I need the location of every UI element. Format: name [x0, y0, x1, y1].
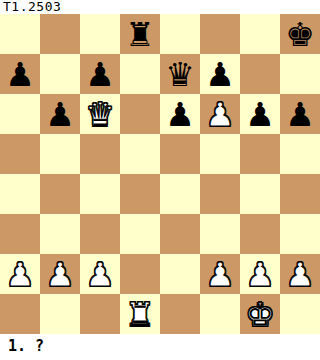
- square-c7[interactable]: ♟: [80, 54, 120, 94]
- square-d4[interactable]: [120, 174, 160, 214]
- square-c2[interactable]: ♟: [80, 254, 120, 294]
- square-e7[interactable]: ♛: [160, 54, 200, 94]
- piece-black-queen[interactable]: ♛: [165, 58, 195, 91]
- square-a8[interactable]: [0, 14, 40, 54]
- square-b1[interactable]: [40, 294, 80, 334]
- square-f3[interactable]: [200, 214, 240, 254]
- square-e4[interactable]: [160, 174, 200, 214]
- square-a2[interactable]: ♟: [0, 254, 40, 294]
- piece-black-pawn[interactable]: ♟: [285, 98, 315, 131]
- piece-black-pawn[interactable]: ♟: [45, 98, 75, 131]
- piece-white-pawn[interactable]: ♟: [285, 258, 315, 291]
- piece-black-pawn[interactable]: ♟: [85, 58, 115, 91]
- piece-white-pawn[interactable]: ♟: [5, 258, 35, 291]
- square-h7[interactable]: [280, 54, 320, 94]
- square-d2[interactable]: [120, 254, 160, 294]
- square-h8[interactable]: ♚: [280, 14, 320, 54]
- square-g6[interactable]: ♟: [240, 94, 280, 134]
- square-a4[interactable]: [0, 174, 40, 214]
- square-b4[interactable]: [40, 174, 80, 214]
- piece-white-queen[interactable]: ♛: [85, 98, 115, 131]
- square-b2[interactable]: ♟: [40, 254, 80, 294]
- square-e2[interactable]: [160, 254, 200, 294]
- piece-white-rook[interactable]: ♜: [125, 298, 155, 331]
- square-d5[interactable]: [120, 134, 160, 174]
- piece-white-pawn[interactable]: ♟: [205, 98, 235, 131]
- piece-black-pawn[interactable]: ♟: [5, 58, 35, 91]
- square-f5[interactable]: [200, 134, 240, 174]
- square-e6[interactable]: ♟: [160, 94, 200, 134]
- chess-board: ♜♚♟♟♛♟♟♛♟♟♟♟♟♟♟♟♟♟♜♚: [0, 14, 320, 334]
- square-c1[interactable]: [80, 294, 120, 334]
- piece-white-pawn[interactable]: ♟: [205, 258, 235, 291]
- square-b5[interactable]: [40, 134, 80, 174]
- square-a1[interactable]: [0, 294, 40, 334]
- piece-black-king[interactable]: ♚: [285, 18, 315, 51]
- square-b7[interactable]: [40, 54, 80, 94]
- square-f4[interactable]: [200, 174, 240, 214]
- square-d3[interactable]: [120, 214, 160, 254]
- square-f7[interactable]: ♟: [200, 54, 240, 94]
- square-c6[interactable]: ♛: [80, 94, 120, 134]
- square-c3[interactable]: [80, 214, 120, 254]
- chess-trainer-window: T1.2503 ♜♚♟♟♛♟♟♛♟♟♟♟♟♟♟♟♟♟♜♚ 1. ?: [0, 0, 320, 360]
- move-prompt-label: 1. ?: [8, 336, 44, 356]
- square-f2[interactable]: ♟: [200, 254, 240, 294]
- square-d1[interactable]: ♜: [120, 294, 160, 334]
- square-g2[interactable]: ♟: [240, 254, 280, 294]
- square-c4[interactable]: [80, 174, 120, 214]
- piece-white-pawn[interactable]: ♟: [245, 258, 275, 291]
- square-b8[interactable]: [40, 14, 80, 54]
- square-g5[interactable]: [240, 134, 280, 174]
- square-h1[interactable]: [280, 294, 320, 334]
- square-f8[interactable]: [200, 14, 240, 54]
- square-g3[interactable]: [240, 214, 280, 254]
- piece-black-rook[interactable]: ♜: [125, 18, 155, 51]
- square-f6[interactable]: ♟: [200, 94, 240, 134]
- square-h4[interactable]: [280, 174, 320, 214]
- square-b3[interactable]: [40, 214, 80, 254]
- square-d6[interactable]: [120, 94, 160, 134]
- square-g4[interactable]: [240, 174, 280, 214]
- square-g7[interactable]: [240, 54, 280, 94]
- square-a3[interactable]: [0, 214, 40, 254]
- problem-id-label: T1.2503: [3, 0, 61, 14]
- square-a6[interactable]: [0, 94, 40, 134]
- square-e3[interactable]: [160, 214, 200, 254]
- square-a5[interactable]: [0, 134, 40, 174]
- square-b6[interactable]: ♟: [40, 94, 80, 134]
- square-h5[interactable]: [280, 134, 320, 174]
- square-g8[interactable]: [240, 14, 280, 54]
- piece-white-pawn[interactable]: ♟: [85, 258, 115, 291]
- square-c5[interactable]: [80, 134, 120, 174]
- square-e5[interactable]: [160, 134, 200, 174]
- square-h2[interactable]: ♟: [280, 254, 320, 294]
- square-d8[interactable]: ♜: [120, 14, 160, 54]
- piece-black-pawn[interactable]: ♟: [205, 58, 235, 91]
- square-c8[interactable]: [80, 14, 120, 54]
- piece-black-pawn[interactable]: ♟: [245, 98, 275, 131]
- square-a7[interactable]: ♟: [0, 54, 40, 94]
- square-e8[interactable]: [160, 14, 200, 54]
- piece-black-pawn[interactable]: ♟: [165, 98, 195, 131]
- square-f1[interactable]: [200, 294, 240, 334]
- square-g1[interactable]: ♚: [240, 294, 280, 334]
- square-h3[interactable]: [280, 214, 320, 254]
- square-d7[interactable]: [120, 54, 160, 94]
- piece-white-pawn[interactable]: ♟: [45, 258, 75, 291]
- square-e1[interactable]: [160, 294, 200, 334]
- piece-white-king[interactable]: ♚: [245, 298, 275, 331]
- square-h6[interactable]: ♟: [280, 94, 320, 134]
